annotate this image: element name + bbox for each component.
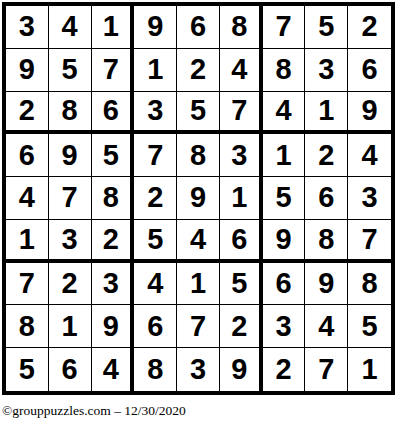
sudoku-cell-r4c6: 3 (220, 134, 263, 177)
sudoku-cell-r8c9: 5 (348, 305, 391, 348)
sudoku-cell-r7c3: 3 (92, 263, 135, 306)
sudoku-cell-r1c1: 3 (6, 6, 49, 49)
sudoku-cell-r3c3: 6 (92, 92, 135, 135)
sudoku-cell-r6c2: 3 (49, 220, 92, 263)
sudoku-cell-r9c7: 2 (263, 348, 306, 391)
sudoku-cell-r9c3: 4 (92, 348, 135, 391)
sudoku-cell-r2c5: 2 (177, 49, 220, 92)
sudoku-cell-r8c7: 3 (263, 305, 306, 348)
sudoku-cell-r4c2: 9 (49, 134, 92, 177)
sudoku-cell-r4c8: 2 (305, 134, 348, 177)
sudoku-page: 3419687529571248362863574196957831244782… (0, 0, 402, 424)
sudoku-cell-r5c8: 6 (305, 177, 348, 220)
sudoku-cell-r2c3: 7 (92, 49, 135, 92)
sudoku-cell-r8c3: 9 (92, 305, 135, 348)
sudoku-cell-r4c7: 1 (263, 134, 306, 177)
sudoku-cell-r9c9: 1 (348, 348, 391, 391)
sudoku-cell-r6c4: 5 (134, 220, 177, 263)
sudoku-cell-r5c3: 8 (92, 177, 135, 220)
sudoku-cell-r3c2: 8 (49, 92, 92, 135)
sudoku-cell-r5c1: 4 (6, 177, 49, 220)
sudoku-cell-r4c4: 7 (134, 134, 177, 177)
sudoku-cell-r1c7: 7 (263, 6, 306, 49)
sudoku-cell-r5c9: 3 (348, 177, 391, 220)
sudoku-cell-r8c1: 8 (6, 305, 49, 348)
sudoku-cell-r7c9: 8 (348, 263, 391, 306)
sudoku-cell-r3c6: 7 (220, 92, 263, 135)
sudoku-cell-r7c8: 9 (305, 263, 348, 306)
sudoku-cell-r6c1: 1 (6, 220, 49, 263)
sudoku-cell-r1c4: 9 (134, 6, 177, 49)
sudoku-cell-r1c2: 4 (49, 6, 92, 49)
sudoku-cell-r4c3: 5 (92, 134, 135, 177)
sudoku-cell-r2c4: 1 (134, 49, 177, 92)
sudoku-cell-r7c2: 2 (49, 263, 92, 306)
sudoku-cell-r6c9: 7 (348, 220, 391, 263)
sudoku-cell-r8c4: 6 (134, 305, 177, 348)
sudoku-cell-r3c5: 5 (177, 92, 220, 135)
sudoku-cell-r1c3: 1 (92, 6, 135, 49)
sudoku-cell-r9c8: 7 (305, 348, 348, 391)
sudoku-cell-r1c5: 6 (177, 6, 220, 49)
sudoku-cell-r3c8: 1 (305, 92, 348, 135)
sudoku-cell-r5c7: 5 (263, 177, 306, 220)
sudoku-board: 3419687529571248362863574196957831244782… (2, 2, 395, 395)
sudoku-cell-r3c7: 4 (263, 92, 306, 135)
sudoku-cell-r2c9: 6 (348, 49, 391, 92)
sudoku-cell-r5c5: 9 (177, 177, 220, 220)
sudoku-cell-r1c9: 2 (348, 6, 391, 49)
sudoku-cell-r5c6: 1 (220, 177, 263, 220)
sudoku-cell-r7c7: 6 (263, 263, 306, 306)
sudoku-cell-r7c4: 4 (134, 263, 177, 306)
sudoku-cell-r9c1: 5 (6, 348, 49, 391)
sudoku-cell-r4c5: 8 (177, 134, 220, 177)
sudoku-cell-r3c1: 2 (6, 92, 49, 135)
sudoku-cell-r5c4: 2 (134, 177, 177, 220)
sudoku-cell-r8c6: 2 (220, 305, 263, 348)
sudoku-cell-r9c5: 3 (177, 348, 220, 391)
sudoku-cell-r3c9: 9 (348, 92, 391, 135)
sudoku-cell-r8c8: 4 (305, 305, 348, 348)
sudoku-cell-r9c4: 8 (134, 348, 177, 391)
sudoku-cell-r6c8: 8 (305, 220, 348, 263)
sudoku-cell-r9c2: 6 (49, 348, 92, 391)
sudoku-cell-r3c4: 3 (134, 92, 177, 135)
sudoku-cell-r8c2: 1 (49, 305, 92, 348)
sudoku-cell-r7c1: 7 (6, 263, 49, 306)
sudoku-cell-r6c6: 6 (220, 220, 263, 263)
sudoku-cell-r6c3: 2 (92, 220, 135, 263)
copyright-text: ©grouppuzzles.com – 12/30/2020 (2, 403, 186, 419)
sudoku-cell-r1c6: 8 (220, 6, 263, 49)
sudoku-cell-r4c9: 4 (348, 134, 391, 177)
sudoku-cell-r4c1: 6 (6, 134, 49, 177)
sudoku-cell-r9c6: 9 (220, 348, 263, 391)
sudoku-cell-r7c6: 5 (220, 263, 263, 306)
sudoku-cell-r7c5: 1 (177, 263, 220, 306)
sudoku-cell-r2c8: 3 (305, 49, 348, 92)
sudoku-cell-r2c2: 5 (49, 49, 92, 92)
sudoku-cell-r5c2: 7 (49, 177, 92, 220)
sudoku-cell-r2c6: 4 (220, 49, 263, 92)
sudoku-cell-r1c8: 5 (305, 6, 348, 49)
sudoku-cell-r6c5: 4 (177, 220, 220, 263)
sudoku-cell-r6c7: 9 (263, 220, 306, 263)
sudoku-cell-r2c1: 9 (6, 49, 49, 92)
sudoku-cell-r8c5: 7 (177, 305, 220, 348)
sudoku-cell-r2c7: 8 (263, 49, 306, 92)
